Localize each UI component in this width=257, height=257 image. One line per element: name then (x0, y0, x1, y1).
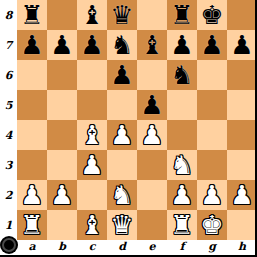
piece-white-pawn: ♟ (80, 150, 103, 180)
file-label-d: d (107, 240, 137, 255)
square-f7[interactable]: ♟ (167, 30, 197, 60)
piece-black-rook: ♜ (170, 0, 193, 30)
square-h4[interactable] (227, 120, 257, 150)
square-f8[interactable]: ♜ (167, 0, 197, 30)
piece-white-bishop: ♝ (80, 210, 103, 240)
square-g2[interactable]: ♟ (197, 180, 227, 210)
square-f1[interactable]: ♜ (167, 210, 197, 240)
piece-black-pawn: ♟ (110, 60, 133, 90)
square-b1[interactable] (47, 210, 77, 240)
piece-black-pawn: ♟ (200, 30, 223, 60)
square-h2[interactable]: ♟ (227, 180, 257, 210)
square-d1[interactable]: ♛ (107, 210, 137, 240)
rank-label-8: 8 (0, 0, 17, 30)
rank-label-3: 3 (0, 150, 17, 180)
square-d7[interactable]: ♞ (107, 30, 137, 60)
square-e3[interactable] (137, 150, 167, 180)
square-c7[interactable]: ♟ (77, 30, 107, 60)
rank-label-4: 4 (0, 120, 17, 150)
square-d5[interactable] (107, 90, 137, 120)
piece-white-pawn: ♟ (110, 120, 133, 150)
rank-label-5: 5 (0, 90, 17, 120)
piece-black-pawn: ♟ (20, 30, 43, 60)
square-e5[interactable]: ♟ (137, 90, 167, 120)
file-label-a: a (17, 240, 47, 255)
piece-white-pawn: ♟ (230, 180, 253, 210)
piece-white-rook: ♜ (170, 210, 193, 240)
piece-white-pawn: ♟ (20, 180, 43, 210)
file-label-c: c (77, 240, 107, 255)
square-d8[interactable]: ♛ (107, 0, 137, 30)
file-label-h: h (227, 240, 257, 255)
piece-black-bishop: ♝ (140, 30, 163, 60)
chess-board[interactable]: ♜♝♛♜♚♟♟♟♞♝♟♟♟♟♞♟♝♟♟♟♞♟♟♞♟♟♟♜♝♛♜♚ (17, 0, 257, 240)
square-g4[interactable] (197, 120, 227, 150)
rank-label-1: 1 (0, 210, 17, 240)
piece-black-pawn: ♟ (80, 30, 103, 60)
file-label-b: b (47, 240, 77, 255)
square-e2[interactable] (137, 180, 167, 210)
square-h3[interactable] (227, 150, 257, 180)
square-c6[interactable] (77, 60, 107, 90)
square-f2[interactable]: ♟ (167, 180, 197, 210)
piece-white-rook: ♜ (20, 210, 43, 240)
piece-white-pawn: ♟ (50, 180, 73, 210)
square-d6[interactable]: ♟ (107, 60, 137, 90)
piece-black-bishop: ♝ (80, 0, 103, 30)
square-c3[interactable]: ♟ (77, 150, 107, 180)
square-b5[interactable] (47, 90, 77, 120)
square-g5[interactable] (197, 90, 227, 120)
square-e4[interactable]: ♟ (137, 120, 167, 150)
square-c4[interactable]: ♝ (77, 120, 107, 150)
black-to-move-indicator (2, 238, 16, 252)
piece-black-pawn: ♟ (230, 30, 253, 60)
square-e1[interactable] (137, 210, 167, 240)
piece-white-queen: ♛ (110, 210, 133, 240)
piece-black-pawn: ♟ (50, 30, 73, 60)
square-a1[interactable]: ♜ (17, 210, 47, 240)
square-b2[interactable]: ♟ (47, 180, 77, 210)
square-g3[interactable] (197, 150, 227, 180)
square-g8[interactable]: ♚ (197, 0, 227, 30)
square-c1[interactable]: ♝ (77, 210, 107, 240)
piece-black-pawn: ♟ (170, 30, 193, 60)
square-h5[interactable] (227, 90, 257, 120)
piece-black-pawn: ♟ (140, 90, 163, 120)
square-g6[interactable] (197, 60, 227, 90)
file-label-g: g (197, 240, 227, 255)
square-h1[interactable] (227, 210, 257, 240)
square-c8[interactable]: ♝ (77, 0, 107, 30)
piece-black-rook: ♜ (20, 0, 43, 30)
chess-diagram: 87654321 ♜♝♛♜♚♟♟♟♞♝♟♟♟♟♞♟♝♟♟♟♞♟♟♞♟♟♟♜♝♛♜… (0, 0, 257, 257)
rank-label-2: 2 (0, 180, 17, 210)
file-label-e: e (137, 240, 167, 255)
piece-black-knight: ♞ (170, 60, 193, 90)
piece-white-pawn: ♟ (140, 120, 163, 150)
square-f6[interactable]: ♞ (167, 60, 197, 90)
rank-labels: 87654321 (0, 0, 17, 240)
square-d3[interactable] (107, 150, 137, 180)
square-b7[interactable]: ♟ (47, 30, 77, 60)
square-h6[interactable] (227, 60, 257, 90)
square-b3[interactable] (47, 150, 77, 180)
square-e7[interactable]: ♝ (137, 30, 167, 60)
square-a3[interactable] (17, 150, 47, 180)
square-a6[interactable] (17, 60, 47, 90)
square-a2[interactable]: ♟ (17, 180, 47, 210)
square-d2[interactable]: ♞ (107, 180, 137, 210)
square-c2[interactable] (77, 180, 107, 210)
square-h8[interactable] (227, 0, 257, 30)
square-a8[interactable]: ♜ (17, 0, 47, 30)
piece-black-king: ♚ (200, 0, 223, 30)
piece-white-king: ♚ (200, 210, 223, 240)
piece-white-knight: ♞ (170, 150, 193, 180)
piece-black-queen: ♛ (110, 0, 133, 30)
square-f4[interactable] (167, 120, 197, 150)
square-c5[interactable] (77, 90, 107, 120)
square-f5[interactable] (167, 90, 197, 120)
piece-black-knight: ♞ (110, 30, 133, 60)
piece-white-pawn: ♟ (200, 180, 223, 210)
file-label-f: f (167, 240, 197, 255)
piece-white-bishop: ♝ (80, 120, 103, 150)
square-h7[interactable]: ♟ (227, 30, 257, 60)
square-a4[interactable] (17, 120, 47, 150)
square-a5[interactable] (17, 90, 47, 120)
square-b6[interactable] (47, 60, 77, 90)
file-labels: abcdefgh (17, 240, 257, 255)
rank-label-6: 6 (0, 60, 17, 90)
square-b8[interactable] (47, 0, 77, 30)
square-g7[interactable]: ♟ (197, 30, 227, 60)
square-b4[interactable] (47, 120, 77, 150)
square-a7[interactable]: ♟ (17, 30, 47, 60)
square-e8[interactable] (137, 0, 167, 30)
piece-white-pawn: ♟ (170, 180, 193, 210)
square-f3[interactable]: ♞ (167, 150, 197, 180)
piece-white-knight: ♞ (110, 180, 133, 210)
square-d4[interactable]: ♟ (107, 120, 137, 150)
rank-label-7: 7 (0, 30, 17, 60)
square-g1[interactable]: ♚ (197, 210, 227, 240)
square-e6[interactable] (137, 60, 167, 90)
